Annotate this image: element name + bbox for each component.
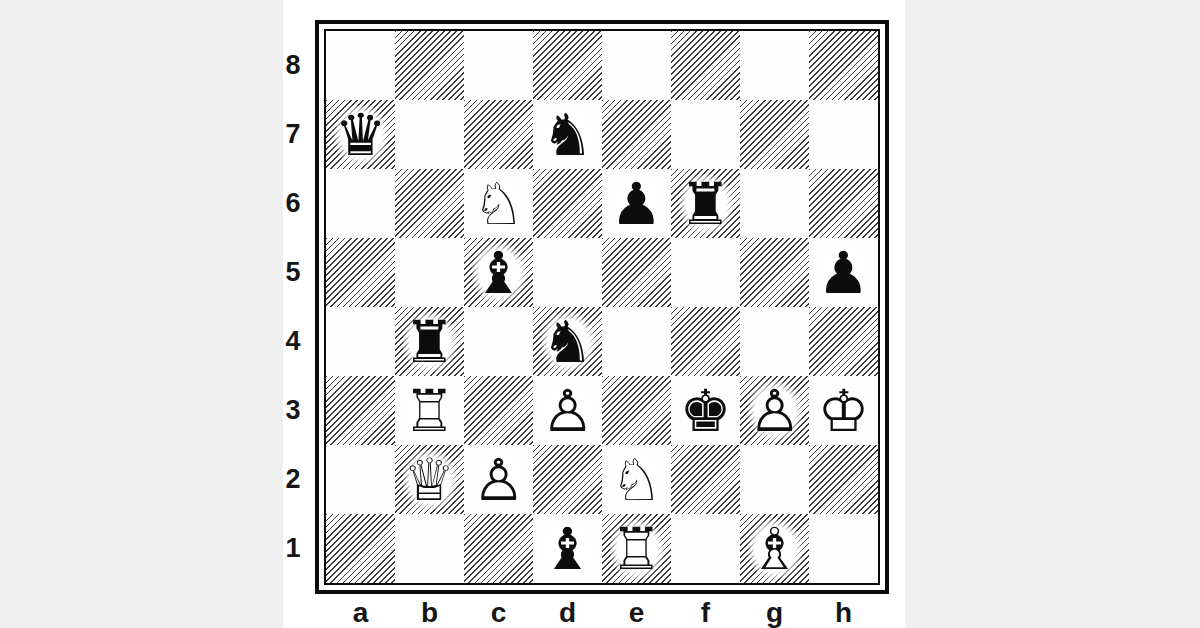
piece-glyph: ♚ xyxy=(671,376,740,445)
file-label-h: h xyxy=(809,597,878,628)
square-g2[interactable] xyxy=(740,445,809,514)
square-b7[interactable] xyxy=(395,100,464,169)
square-e2[interactable]: ♞♘ xyxy=(602,445,671,514)
piece-glyph: ♘ xyxy=(464,169,533,238)
square-c2[interactable]: ♟♙ xyxy=(464,445,533,514)
square-a4[interactable] xyxy=(326,307,395,376)
black-bishop-c5: ♝ xyxy=(464,238,533,307)
square-a6[interactable] xyxy=(326,169,395,238)
board-grid: ♛♞♞♘♟♜♝♟♜♞♜♖♟♙♚♟♙♚♔♛♕♟♙♞♘♝♜♖♝♗ xyxy=(326,31,878,583)
white-rook-b3: ♜♖ xyxy=(395,376,464,445)
rank-label-8: 8 xyxy=(278,31,308,100)
square-f2[interactable] xyxy=(671,445,740,514)
black-pawn-h5: ♟ xyxy=(809,238,878,307)
rank-label-3: 3 xyxy=(278,376,308,445)
square-d5[interactable] xyxy=(533,238,602,307)
square-f3[interactable]: ♚ xyxy=(671,376,740,445)
square-e7[interactable] xyxy=(602,100,671,169)
piece-glyph: ♙ xyxy=(464,445,533,514)
square-h2[interactable] xyxy=(809,445,878,514)
file-label-e: e xyxy=(602,597,671,628)
file-label-a: a xyxy=(326,597,395,628)
square-a7[interactable]: ♛ xyxy=(326,100,395,169)
black-knight-d7: ♞ xyxy=(533,100,602,169)
square-b5[interactable] xyxy=(395,238,464,307)
square-e5[interactable] xyxy=(602,238,671,307)
square-e6[interactable]: ♟ xyxy=(602,169,671,238)
black-king-f3: ♚ xyxy=(671,376,740,445)
square-b2[interactable]: ♛♕ xyxy=(395,445,464,514)
file-labels: abcdefgh xyxy=(326,597,878,628)
piece-glyph: ♖ xyxy=(395,376,464,445)
square-d1[interactable]: ♝ xyxy=(533,514,602,583)
piece-glyph: ♖ xyxy=(602,514,671,583)
square-g1[interactable]: ♝♗ xyxy=(740,514,809,583)
white-bishop-g1: ♝♗ xyxy=(740,514,809,583)
piece-glyph: ♙ xyxy=(533,376,602,445)
square-g8[interactable] xyxy=(740,31,809,100)
square-g5[interactable] xyxy=(740,238,809,307)
square-f6[interactable]: ♜ xyxy=(671,169,740,238)
square-d3[interactable]: ♟♙ xyxy=(533,376,602,445)
white-king-h3: ♚♔ xyxy=(809,376,878,445)
square-c7[interactable] xyxy=(464,100,533,169)
square-h3[interactable]: ♚♔ xyxy=(809,376,878,445)
white-knight-c6: ♞♘ xyxy=(464,169,533,238)
piece-glyph: ♕ xyxy=(395,445,464,514)
square-d6[interactable] xyxy=(533,169,602,238)
square-a5[interactable] xyxy=(326,238,395,307)
piece-glyph: ♝ xyxy=(464,238,533,307)
square-e4[interactable] xyxy=(602,307,671,376)
piece-glyph: ♟ xyxy=(809,238,878,307)
square-f7[interactable] xyxy=(671,100,740,169)
square-d7[interactable]: ♞ xyxy=(533,100,602,169)
square-h1[interactable] xyxy=(809,514,878,583)
square-c8[interactable] xyxy=(464,31,533,100)
file-label-g: g xyxy=(740,597,809,628)
square-g6[interactable] xyxy=(740,169,809,238)
square-b4[interactable]: ♜ xyxy=(395,307,464,376)
square-g4[interactable] xyxy=(740,307,809,376)
square-c5[interactable]: ♝ xyxy=(464,238,533,307)
square-f8[interactable] xyxy=(671,31,740,100)
square-d2[interactable] xyxy=(533,445,602,514)
piece-glyph: ♔ xyxy=(809,376,878,445)
rank-label-7: 7 xyxy=(278,100,308,169)
rank-label-4: 4 xyxy=(278,307,308,376)
black-knight-d4: ♞ xyxy=(533,307,602,376)
square-d8[interactable] xyxy=(533,31,602,100)
chess-diagram-page: 87654321 ♛♞♞♘♟♜♝♟♜♞♜♖♟♙♚♟♙♚♔♛♕♟♙♞♘♝♜♖♝♗ … xyxy=(0,0,1200,628)
black-pawn-e6: ♟ xyxy=(602,169,671,238)
square-f5[interactable] xyxy=(671,238,740,307)
square-h6[interactable] xyxy=(809,169,878,238)
white-rook-e1: ♜♖ xyxy=(602,514,671,583)
piece-glyph: ♗ xyxy=(740,514,809,583)
board-inner-border: ♛♞♞♘♟♜♝♟♜♞♜♖♟♙♚♟♙♚♔♛♕♟♙♞♘♝♜♖♝♗ xyxy=(324,29,880,585)
square-a1[interactable] xyxy=(326,514,395,583)
square-a8[interactable] xyxy=(326,31,395,100)
square-b3[interactable]: ♜♖ xyxy=(395,376,464,445)
file-label-f: f xyxy=(671,597,740,628)
square-h4[interactable] xyxy=(809,307,878,376)
square-c6[interactable]: ♞♘ xyxy=(464,169,533,238)
square-h7[interactable] xyxy=(809,100,878,169)
rank-label-5: 5 xyxy=(278,238,308,307)
square-f1[interactable] xyxy=(671,514,740,583)
rank-label-1: 1 xyxy=(278,514,308,583)
square-d4[interactable]: ♞ xyxy=(533,307,602,376)
square-e1[interactable]: ♜♖ xyxy=(602,514,671,583)
piece-glyph: ♜ xyxy=(395,307,464,376)
square-a3[interactable] xyxy=(326,376,395,445)
file-label-d: d xyxy=(533,597,602,628)
piece-glyph: ♟ xyxy=(602,169,671,238)
square-h8[interactable] xyxy=(809,31,878,100)
square-h5[interactable]: ♟ xyxy=(809,238,878,307)
piece-glyph: ♘ xyxy=(602,445,671,514)
square-b1[interactable] xyxy=(395,514,464,583)
black-queen-a7: ♛ xyxy=(326,100,395,169)
white-pawn-d3: ♟♙ xyxy=(533,376,602,445)
white-pawn-g3: ♟♙ xyxy=(740,376,809,445)
piece-glyph: ♙ xyxy=(740,376,809,445)
black-rook-b4: ♜ xyxy=(395,307,464,376)
file-label-b: b xyxy=(395,597,464,628)
white-queen-b2: ♛♕ xyxy=(395,445,464,514)
piece-glyph: ♞ xyxy=(533,307,602,376)
square-b6[interactable] xyxy=(395,169,464,238)
square-e8[interactable] xyxy=(602,31,671,100)
square-c4[interactable] xyxy=(464,307,533,376)
square-e3[interactable] xyxy=(602,376,671,445)
chess-board: ♛♞♞♘♟♜♝♟♜♞♜♖♟♙♚♟♙♚♔♛♕♟♙♞♘♝♜♖♝♗ xyxy=(315,20,889,594)
rank-labels: 87654321 xyxy=(278,31,308,583)
white-pawn-c2: ♟♙ xyxy=(464,445,533,514)
black-rook-f6: ♜ xyxy=(671,169,740,238)
square-b8[interactable] xyxy=(395,31,464,100)
piece-glyph: ♛ xyxy=(326,100,395,169)
piece-glyph: ♜ xyxy=(671,169,740,238)
square-g3[interactable]: ♟♙ xyxy=(740,376,809,445)
square-c3[interactable] xyxy=(464,376,533,445)
file-label-c: c xyxy=(464,597,533,628)
rank-label-2: 2 xyxy=(278,445,308,514)
square-g7[interactable] xyxy=(740,100,809,169)
piece-glyph: ♞ xyxy=(533,100,602,169)
white-knight-e2: ♞♘ xyxy=(602,445,671,514)
square-f4[interactable] xyxy=(671,307,740,376)
square-a2[interactable] xyxy=(326,445,395,514)
black-bishop-d1: ♝ xyxy=(533,514,602,583)
rank-label-6: 6 xyxy=(278,169,308,238)
piece-glyph: ♝ xyxy=(533,514,602,583)
square-c1[interactable] xyxy=(464,514,533,583)
